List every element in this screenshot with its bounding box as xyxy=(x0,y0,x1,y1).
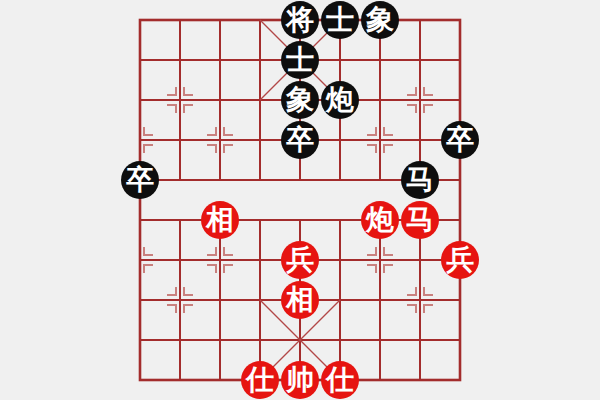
piece-red-soldier-2[interactable]: 兵 xyxy=(441,241,479,279)
piece-red-advisor-2[interactable]: 仕 xyxy=(321,361,359,399)
xiangqi-board[interactable]: 将士象士象炮卒卒卒马相炮马兵兵相仕帅仕 xyxy=(140,20,460,380)
piece-black-advisor-1[interactable]: 士 xyxy=(321,1,359,39)
piece-red-soldier-1[interactable]: 兵 xyxy=(281,241,319,279)
piece-red-cannon[interactable]: 炮 xyxy=(361,201,399,239)
piece-red-advisor-1[interactable]: 仕 xyxy=(241,361,279,399)
piece-red-general[interactable]: 帅 xyxy=(281,361,319,399)
piece-red-horse[interactable]: 马 xyxy=(401,201,439,239)
piece-red-elephant-2[interactable]: 相 xyxy=(281,281,319,319)
piece-black-elephant-2[interactable]: 象 xyxy=(281,81,319,119)
piece-black-elephant-1[interactable]: 象 xyxy=(361,1,399,39)
piece-layer: 将士象士象炮卒卒卒马相炮马兵兵相仕帅仕 xyxy=(140,20,460,380)
piece-black-cannon[interactable]: 炮 xyxy=(321,81,359,119)
piece-red-elephant-1[interactable]: 相 xyxy=(201,201,239,239)
piece-black-advisor-2[interactable]: 士 xyxy=(281,41,319,79)
piece-black-horse[interactable]: 马 xyxy=(401,161,439,199)
piece-black-soldier-1[interactable]: 卒 xyxy=(281,121,319,159)
xiangqi-screen: 将士象士象炮卒卒卒马相炮马兵兵相仕帅仕 xyxy=(0,0,600,400)
piece-black-general[interactable]: 将 xyxy=(281,1,319,39)
piece-black-soldier-3[interactable]: 卒 xyxy=(121,161,159,199)
piece-black-soldier-2[interactable]: 卒 xyxy=(441,121,479,159)
